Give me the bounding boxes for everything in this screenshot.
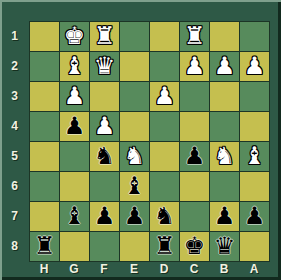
black-rook: ♜ [34, 232, 56, 261]
black-pawn: ♟ [124, 202, 146, 231]
square-g7[interactable]: ♝ [60, 202, 89, 231]
black-pawn: ♟ [244, 202, 266, 231]
white-rook: ♜ [94, 22, 116, 51]
white-pawn: ♟ [244, 52, 266, 81]
square-d7[interactable]: ♞ [150, 202, 179, 231]
rank-label-3: 3 [0, 81, 29, 111]
file-label-b: B [209, 262, 239, 277]
file-labels: HGFEDCBA [29, 262, 269, 277]
square-e8[interactable] [120, 232, 149, 261]
square-e6[interactable]: ♝ [120, 172, 149, 201]
square-a4[interactable] [240, 112, 269, 141]
square-f7[interactable]: ♟ [90, 202, 119, 231]
square-b8[interactable]: ♛ [210, 232, 239, 261]
rank-labels: 12345678 [0, 21, 29, 261]
rank-label-7: 7 [0, 201, 29, 231]
white-queen: ♛ [94, 52, 116, 81]
square-a8[interactable] [240, 232, 269, 261]
square-b2[interactable]: ♟ [210, 52, 239, 81]
rank-label-8: 8 [0, 231, 29, 261]
white-king: ♚ [64, 22, 86, 51]
file-label-h: H [29, 262, 59, 277]
white-pawn: ♟ [94, 112, 116, 141]
square-e5[interactable]: ♞ [120, 142, 149, 171]
square-f4[interactable]: ♟ [90, 112, 119, 141]
square-b4[interactable] [210, 112, 239, 141]
square-g2[interactable]: ♝ [60, 52, 89, 81]
square-c3[interactable] [180, 82, 209, 111]
black-bishop: ♝ [124, 172, 146, 201]
square-f6[interactable] [90, 172, 119, 201]
square-h2[interactable] [30, 52, 59, 81]
board: ♚♜♜♝♛♟♟♟♟♟♟♟♞♞♟♞♝♝♝♟♟♞♟♟♜♜♚♛ [29, 21, 270, 262]
rank-label-2: 2 [0, 51, 29, 81]
black-bishop: ♝ [64, 202, 86, 231]
white-rook: ♜ [184, 22, 206, 51]
square-f3[interactable] [90, 82, 119, 111]
black-knight: ♞ [154, 202, 176, 231]
square-c6[interactable] [180, 172, 209, 201]
square-e4[interactable] [120, 112, 149, 141]
black-rook: ♜ [154, 232, 176, 261]
square-a6[interactable] [240, 172, 269, 201]
square-h7[interactable] [30, 202, 59, 231]
square-a2[interactable]: ♟ [240, 52, 269, 81]
black-knight: ♞ [94, 142, 116, 171]
square-e1[interactable] [120, 22, 149, 51]
file-label-a: A [239, 262, 269, 277]
square-b7[interactable]: ♟ [210, 202, 239, 231]
black-pawn: ♟ [94, 202, 116, 231]
white-knight: ♞ [214, 142, 236, 171]
square-b1[interactable] [210, 22, 239, 51]
square-f2[interactable]: ♛ [90, 52, 119, 81]
square-c7[interactable] [180, 202, 209, 231]
file-label-f: F [89, 262, 119, 277]
white-pawn: ♟ [184, 52, 206, 81]
white-knight: ♞ [124, 142, 146, 171]
square-a7[interactable]: ♟ [240, 202, 269, 231]
square-c5[interactable]: ♟ [180, 142, 209, 171]
square-f8[interactable] [90, 232, 119, 261]
square-d1[interactable] [150, 22, 179, 51]
rank-label-4: 4 [0, 111, 29, 141]
white-bishop: ♝ [64, 52, 86, 81]
square-g6[interactable] [60, 172, 89, 201]
square-d5[interactable] [150, 142, 179, 171]
square-h6[interactable] [30, 172, 59, 201]
chess-diagram: 12345678 ♚♜♜♝♛♟♟♟♟♟♟♟♞♞♟♞♝♝♝♟♟♞♟♟♜♜♚♛ HG… [0, 0, 281, 280]
white-pawn: ♟ [64, 82, 86, 111]
square-g4[interactable]: ♟ [60, 112, 89, 141]
rank-label-5: 5 [0, 141, 29, 171]
black-queen: ♛ [214, 232, 236, 261]
file-label-d: D [149, 262, 179, 277]
square-c2[interactable]: ♟ [180, 52, 209, 81]
square-h4[interactable] [30, 112, 59, 141]
square-a5[interactable]: ♝ [240, 142, 269, 171]
square-g5[interactable] [60, 142, 89, 171]
white-bishop: ♝ [244, 142, 266, 171]
square-h8[interactable]: ♜ [30, 232, 59, 261]
square-e2[interactable] [120, 52, 149, 81]
square-g8[interactable] [60, 232, 89, 261]
black-pawn: ♟ [214, 202, 236, 231]
square-b6[interactable] [210, 172, 239, 201]
square-h1[interactable] [30, 22, 59, 51]
square-g3[interactable]: ♟ [60, 82, 89, 111]
square-h5[interactable] [30, 142, 59, 171]
rank-label-1: 1 [0, 21, 29, 51]
square-g1[interactable]: ♚ [60, 22, 89, 51]
white-pawn: ♟ [154, 82, 176, 111]
square-a3[interactable] [240, 82, 269, 111]
square-e7[interactable]: ♟ [120, 202, 149, 231]
square-d3[interactable]: ♟ [150, 82, 179, 111]
white-pawn: ♟ [214, 52, 236, 81]
square-c8[interactable]: ♚ [180, 232, 209, 261]
black-pawn: ♟ [64, 112, 86, 141]
rank-label-6: 6 [0, 171, 29, 201]
black-pawn: ♟ [184, 142, 206, 171]
square-e3[interactable] [120, 82, 149, 111]
square-h3[interactable] [30, 82, 59, 111]
square-d4[interactable] [150, 112, 179, 141]
square-c1[interactable]: ♜ [180, 22, 209, 51]
square-d6[interactable] [150, 172, 179, 201]
black-king: ♚ [184, 232, 206, 261]
square-f1[interactable]: ♜ [90, 22, 119, 51]
square-d2[interactable] [150, 52, 179, 81]
square-b5[interactable]: ♞ [210, 142, 239, 171]
square-c4[interactable] [180, 112, 209, 141]
file-label-g: G [59, 262, 89, 277]
square-d8[interactable]: ♜ [150, 232, 179, 261]
square-a1[interactable] [240, 22, 269, 51]
file-label-e: E [119, 262, 149, 277]
square-f5[interactable]: ♞ [90, 142, 119, 171]
square-b3[interactable] [210, 82, 239, 111]
file-label-c: C [179, 262, 209, 277]
